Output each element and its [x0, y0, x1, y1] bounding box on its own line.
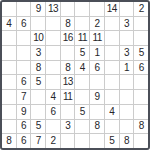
cell-r3c7[interactable]	[105, 46, 119, 60]
cell-r0c8[interactable]	[120, 2, 134, 16]
cell-r8c4[interactable]: 3	[61, 120, 75, 134]
cell-r9c4[interactable]	[61, 134, 75, 148]
cell-r2c9[interactable]	[134, 31, 148, 45]
cell-r1c8[interactable]: 3	[120, 17, 134, 31]
cell-r7c8[interactable]	[120, 105, 134, 119]
cell-r9c3[interactable]: 2	[46, 134, 60, 148]
cell-r4c2[interactable]: 8	[31, 61, 45, 75]
cell-r9c5[interactable]	[75, 134, 89, 148]
cell-r1c5[interactable]	[75, 17, 89, 31]
cell-r8c6[interactable]: 8	[90, 120, 104, 134]
cell-r3c2[interactable]: 3	[31, 46, 45, 60]
cell-r7c4[interactable]	[61, 105, 75, 119]
cell-r4c8[interactable]: 1	[120, 61, 134, 75]
cell-r8c5[interactable]	[75, 120, 89, 134]
cell-r6c7[interactable]	[105, 90, 119, 104]
cell-r5c5[interactable]	[75, 75, 89, 89]
cell-r3c3[interactable]	[46, 46, 60, 60]
cell-r4c9[interactable]: 6	[134, 61, 148, 75]
cell-r3c5[interactable]: 5	[75, 46, 89, 60]
cell-r5c1[interactable]: 6	[17, 75, 31, 89]
cell-r0c3[interactable]: 13	[46, 2, 60, 16]
cell-r7c1[interactable]: 9	[17, 105, 31, 119]
cell-r2c7[interactable]	[105, 31, 119, 45]
cell-r3c1[interactable]	[17, 46, 31, 60]
cell-r0c0[interactable]	[2, 2, 16, 16]
cell-r3c9[interactable]: 5	[134, 46, 148, 60]
cell-r2c1[interactable]	[17, 31, 31, 45]
cell-r6c0[interactable]	[2, 90, 16, 104]
cell-r8c9[interactable]: 8	[134, 120, 148, 134]
cell-r1c3[interactable]	[46, 17, 60, 31]
cell-r6c2[interactable]	[31, 90, 45, 104]
cell-r1c1[interactable]: 6	[17, 17, 31, 31]
cell-r1c2[interactable]	[31, 17, 45, 31]
cell-r0c2[interactable]: 9	[31, 2, 45, 16]
cell-r7c3[interactable]: 6	[46, 105, 60, 119]
cell-r6c8[interactable]	[120, 90, 134, 104]
cell-r9c9[interactable]	[134, 134, 148, 148]
cell-r1c7[interactable]	[105, 17, 119, 31]
cell-r4c3[interactable]	[46, 61, 60, 75]
cell-r5c2[interactable]: 5	[31, 75, 45, 89]
cell-r8c0[interactable]	[2, 120, 16, 134]
cell-r0c9[interactable]: 2	[134, 2, 148, 16]
cell-r3c0[interactable]	[2, 46, 16, 60]
cell-r2c4[interactable]: 16	[61, 31, 75, 45]
cell-r4c1[interactable]	[17, 61, 31, 75]
cell-r1c6[interactable]: 2	[90, 17, 104, 31]
cell-r8c8[interactable]	[120, 120, 134, 134]
cell-r2c2[interactable]: 10	[31, 31, 45, 45]
cell-r9c7[interactable]: 5	[105, 134, 119, 148]
cell-r3c6[interactable]: 1	[90, 46, 104, 60]
cell-r1c9[interactable]	[134, 17, 148, 31]
cell-r4c6[interactable]: 6	[90, 61, 104, 75]
cell-r5c4[interactable]: 13	[61, 75, 75, 89]
cell-r9c6[interactable]	[90, 134, 104, 148]
cell-r7c5[interactable]: 5	[75, 105, 89, 119]
cell-r9c2[interactable]: 7	[31, 134, 45, 148]
cell-r8c1[interactable]: 6	[17, 120, 31, 134]
cell-r3c8[interactable]: 3	[120, 46, 134, 60]
cell-r7c6[interactable]	[90, 105, 104, 119]
cell-r2c3[interactable]	[46, 31, 60, 45]
cell-r6c6[interactable]: 9	[90, 90, 104, 104]
cell-r0c5[interactable]	[75, 2, 89, 16]
cell-r4c0[interactable]	[2, 61, 16, 75]
cell-r5c3[interactable]	[46, 75, 60, 89]
cell-r1c0[interactable]: 4	[2, 17, 16, 31]
cell-r5c0[interactable]	[2, 75, 16, 89]
puzzle-board: 9131424682310161111351358846166513741199…	[0, 0, 150, 150]
cell-r0c6[interactable]	[90, 2, 104, 16]
cell-r5c9[interactable]	[134, 75, 148, 89]
cell-r1c4[interactable]: 8	[61, 17, 75, 31]
cell-r9c0[interactable]: 8	[2, 134, 16, 148]
cell-r7c9[interactable]	[134, 105, 148, 119]
cell-r4c5[interactable]: 4	[75, 61, 89, 75]
cell-r5c7[interactable]	[105, 75, 119, 89]
cell-r5c8[interactable]	[120, 75, 134, 89]
cell-r2c8[interactable]	[120, 31, 134, 45]
cell-r3c4[interactable]	[61, 46, 75, 60]
cell-r4c4[interactable]: 8	[61, 61, 75, 75]
cell-r4c7[interactable]	[105, 61, 119, 75]
cell-r6c1[interactable]: 7	[17, 90, 31, 104]
cell-r6c5[interactable]	[75, 90, 89, 104]
cell-r6c3[interactable]: 4	[46, 90, 60, 104]
cell-r8c3[interactable]	[46, 120, 60, 134]
cell-r7c0[interactable]	[2, 105, 16, 119]
cell-r2c6[interactable]: 11	[90, 31, 104, 45]
cell-r2c5[interactable]: 11	[75, 31, 89, 45]
cell-r2c0[interactable]	[2, 31, 16, 45]
cell-r5c6[interactable]	[90, 75, 104, 89]
cell-r7c7[interactable]: 4	[105, 105, 119, 119]
cell-r6c4[interactable]: 11	[61, 90, 75, 104]
cell-r8c7[interactable]	[105, 120, 119, 134]
cell-r9c8[interactable]: 8	[120, 134, 134, 148]
cell-r7c2[interactable]	[31, 105, 45, 119]
cell-r9c1[interactable]: 6	[17, 134, 31, 148]
cell-r0c7[interactable]: 14	[105, 2, 119, 16]
cell-r8c2[interactable]: 5	[31, 120, 45, 134]
cell-r0c1[interactable]	[17, 2, 31, 16]
cell-r0c4[interactable]	[61, 2, 75, 16]
cell-r6c9[interactable]	[134, 90, 148, 104]
